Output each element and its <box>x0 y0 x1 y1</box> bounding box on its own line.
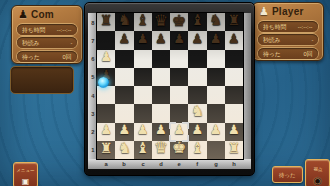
piece-black-king-e8[interactable]: ♚ <box>170 11 188 29</box>
com-undo-row: 待った 0回 <box>17 51 77 62</box>
piece-white-pawn-a6[interactable]: ♟ <box>97 48 115 66</box>
piece-white-queen-d1[interactable]: ♛ <box>152 139 170 157</box>
camera-lens-icon: ◉ <box>313 177 322 185</box>
window-icon: ▣ <box>22 178 30 186</box>
player-panel: ♟ Player 持ち時間 --:--:-- 秒読み - 待った 0回 <box>252 2 324 61</box>
piece-white-bishop-c1[interactable]: ♝ <box>134 139 152 157</box>
board-right-edge <box>243 13 251 159</box>
piece-white-knight-b1[interactable]: ♞ <box>115 139 133 157</box>
piece-white-rook-a1[interactable]: ♜ <box>97 139 115 157</box>
black-pawn-icon: ♟ <box>18 9 28 20</box>
piece-black-rook-a8[interactable]: ♜ <box>97 11 115 29</box>
piece-black-pawn-c7[interactable]: ♟ <box>134 29 152 47</box>
rank-label: 2 <box>88 123 97 141</box>
file-label: g <box>210 161 221 167</box>
com-captured-tray <box>10 66 74 94</box>
file-label: c <box>137 161 148 167</box>
player-byoyomi-row: 秒読み - <box>258 34 318 45</box>
com-panel-header: ♟ Com <box>12 6 82 21</box>
pieces-layer: ♜♞♝♛♚♝♞♜♟♟♟♟♟♟♟♟♟♞♟♟♟♟♟♟♟♟♜♞♝♛♚♝♜ <box>97 13 243 159</box>
com-byoyomi-value: - <box>70 39 72 45</box>
file-label: b <box>119 161 130 167</box>
file-label: d <box>156 161 167 167</box>
piece-white-pawn-d2[interactable]: ♟ <box>152 121 170 139</box>
piece-white-knight-f3[interactable]: ♞ <box>188 102 206 120</box>
last-move-orb <box>98 77 109 88</box>
piece-black-pawn-f7[interactable]: ♟ <box>188 29 206 47</box>
com-time-value: --:--:-- <box>57 26 72 32</box>
file-label: e <box>174 161 185 167</box>
selection-cursor <box>169 122 189 142</box>
player-panel-header: ♟ Player <box>253 3 323 18</box>
com-time-label: 持ち時間 <box>22 26 45 32</box>
piece-white-pawn-h2[interactable]: ♟ <box>225 121 243 139</box>
game-background: ♟ Com 持ち時間 --:--:-- 秒読み - 待った 0回 ♟ Playe… <box>0 0 330 186</box>
piece-black-bishop-f8[interactable]: ♝ <box>188 11 206 29</box>
player-time-value: --:--:-- <box>298 23 313 29</box>
player-time-row: 持ち時間 --:--:-- <box>258 21 318 32</box>
com-panel: ♟ Com 持ち時間 --:--:-- 秒読み - 待った 0回 <box>11 5 83 64</box>
com-undo-value: 0回 <box>63 53 72 59</box>
piece-white-pawn-a2[interactable]: ♟ <box>97 121 115 139</box>
piece-black-queen-d8[interactable]: ♛ <box>152 11 170 29</box>
rank-labels: 87654321 <box>88 13 97 159</box>
piece-black-rook-h8[interactable]: ♜ <box>225 11 243 29</box>
rank-label: 4 <box>88 86 97 104</box>
piece-white-rook-h1[interactable]: ♜ <box>225 139 243 157</box>
piece-black-pawn-g7[interactable]: ♟ <box>207 29 225 47</box>
com-time-row: 持ち時間 --:--:-- <box>17 24 77 35</box>
piece-white-pawn-c2[interactable]: ♟ <box>134 121 152 139</box>
rank-label: 6 <box>88 50 97 68</box>
com-byoyomi-label: 秒読み <box>22 39 40 45</box>
piece-white-pawn-f2[interactable]: ♟ <box>188 121 206 139</box>
player-byoyomi-label: 秒読み <box>263 36 281 42</box>
rank-label: 8 <box>88 13 97 31</box>
piece-black-pawn-d7[interactable]: ♟ <box>152 29 170 47</box>
rank-label: 5 <box>88 68 97 86</box>
piece-black-knight-g8[interactable]: ♞ <box>207 11 225 29</box>
com-byoyomi-row: 秒読み - <box>17 37 77 48</box>
menu-button[interactable]: メニュー ▣ <box>13 162 38 186</box>
player-name: Player <box>272 6 304 17</box>
player-undo-value: 0回 <box>304 50 313 56</box>
rank-label: 1 <box>88 141 97 159</box>
file-labels: abcdefgh <box>88 159 251 169</box>
piece-white-pawn-g2[interactable]: ♟ <box>207 121 225 139</box>
file-label: a <box>101 161 112 167</box>
view-button-label: 視点 <box>313 166 322 172</box>
piece-black-pawn-e7[interactable]: ♟ <box>170 29 188 47</box>
undo-button[interactable]: 待った <box>272 166 303 183</box>
player-undo-row: 待った 0回 <box>258 48 318 59</box>
piece-black-pawn-b7[interactable]: ♟ <box>115 29 133 47</box>
file-label: h <box>229 161 240 167</box>
com-undo-label: 待った <box>22 53 40 59</box>
white-pawn-icon: ♟ <box>259 6 269 17</box>
player-undo-label: 待った <box>263 50 281 56</box>
view-button[interactable]: 視点 ◉ <box>305 159 330 186</box>
piece-black-pawn-h7[interactable]: ♟ <box>225 29 243 47</box>
player-time-label: 持ち時間 <box>263 23 286 29</box>
player-byoyomi-value: - <box>311 36 313 42</box>
menu-button-label: メニュー <box>16 168 34 174</box>
piece-black-knight-b8[interactable]: ♞ <box>115 11 133 29</box>
piece-white-bishop-f1[interactable]: ♝ <box>188 139 206 157</box>
com-name: Com <box>31 9 54 20</box>
rank-label: 7 <box>88 31 97 49</box>
chess-board-frame: 87654321 abcdefgh ♜♞♝♛♚♝♞♜♟♟♟♟♟♟♟♟♟♞♟♟♟♟… <box>84 2 255 176</box>
file-label: f <box>192 161 203 167</box>
piece-black-bishop-c8[interactable]: ♝ <box>134 11 152 29</box>
undo-button-label: 待った <box>279 171 296 179</box>
piece-white-pawn-b2[interactable]: ♟ <box>115 121 133 139</box>
rank-label: 3 <box>88 104 97 122</box>
